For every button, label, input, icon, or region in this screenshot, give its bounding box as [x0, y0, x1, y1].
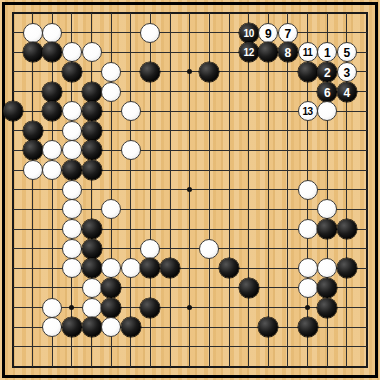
white-stone [62, 121, 82, 141]
grid-line-horizontal [13, 346, 367, 347]
black-stone [82, 101, 102, 121]
white-stone [42, 298, 62, 318]
black-stone [239, 278, 259, 298]
move-number-label: 11 [303, 48, 313, 58]
black-stone [121, 317, 141, 337]
black-stone-move-12: 12 [239, 42, 259, 62]
black-stone [82, 140, 102, 160]
white-stone-move-11: 11 [298, 42, 318, 62]
white-stone-move-3: 3 [337, 62, 357, 82]
black-stone [82, 219, 102, 239]
move-number-label: 10 [244, 28, 254, 38]
white-stone [298, 278, 318, 298]
black-stone [82, 121, 102, 141]
move-number-label: 12 [244, 48, 254, 58]
move-number-label: 8 [285, 47, 292, 59]
move-number-label: 3 [344, 66, 351, 78]
black-stone [62, 317, 82, 337]
white-stone-move-7: 7 [278, 23, 298, 43]
move-number-label: 4 [344, 86, 351, 98]
black-stone [82, 317, 102, 337]
white-stone [62, 180, 82, 200]
black-stone-move-6: 6 [317, 82, 337, 102]
black-stone [23, 140, 43, 160]
black-stone-move-4: 4 [337, 82, 357, 102]
white-stone [82, 298, 102, 318]
black-stone [82, 258, 102, 278]
white-stone [82, 278, 102, 298]
move-number-label: 5 [344, 47, 351, 59]
black-stone [82, 239, 102, 259]
white-stone-move-5: 5 [337, 42, 357, 62]
move-number-label: 13 [303, 107, 313, 117]
move-number-label: 6 [324, 86, 331, 98]
black-stone [298, 317, 318, 337]
white-stone [82, 42, 102, 62]
black-stone [42, 82, 62, 102]
black-stone [82, 160, 102, 180]
white-stone [62, 101, 82, 121]
black-stone [140, 298, 160, 318]
move-number-label: 1 [324, 47, 331, 59]
white-stone-move-13: 13 [298, 101, 318, 121]
move-number-label: 2 [324, 66, 331, 78]
white-stone-move-9: 9 [258, 23, 278, 43]
white-stone [121, 258, 141, 278]
white-stone [140, 23, 160, 43]
grid-line-vertical [268, 13, 269, 367]
white-stone [62, 219, 82, 239]
black-stone-move-2: 2 [317, 62, 337, 82]
white-stone [23, 160, 43, 180]
go-board-screenshot: 10971281115236413 [0, 0, 380, 380]
white-stone [23, 23, 43, 43]
goban[interactable]: 10971281115236413 [0, 0, 380, 380]
white-stone [101, 82, 121, 102]
black-stone [298, 62, 318, 82]
white-stone [101, 62, 121, 82]
grid-line-vertical [248, 13, 249, 367]
black-stone-move-10: 10 [239, 23, 259, 43]
white-stone [62, 239, 82, 259]
white-stone [42, 23, 62, 43]
black-stone [23, 42, 43, 62]
move-number-label: 9 [265, 27, 272, 39]
white-stone [298, 219, 318, 239]
move-number-label: 7 [285, 27, 292, 39]
black-stone [62, 62, 82, 82]
white-stone [298, 258, 318, 278]
black-stone [101, 298, 121, 318]
white-stone [199, 239, 219, 259]
black-stone [317, 298, 337, 318]
black-stone [337, 219, 357, 239]
grid-line-vertical [287, 13, 288, 367]
white-stone [121, 101, 141, 121]
black-stone [62, 160, 82, 180]
grid-line-vertical [229, 13, 230, 367]
black-stone [101, 278, 121, 298]
white-stone [298, 180, 318, 200]
black-stone [82, 82, 102, 102]
black-stone [23, 121, 43, 141]
